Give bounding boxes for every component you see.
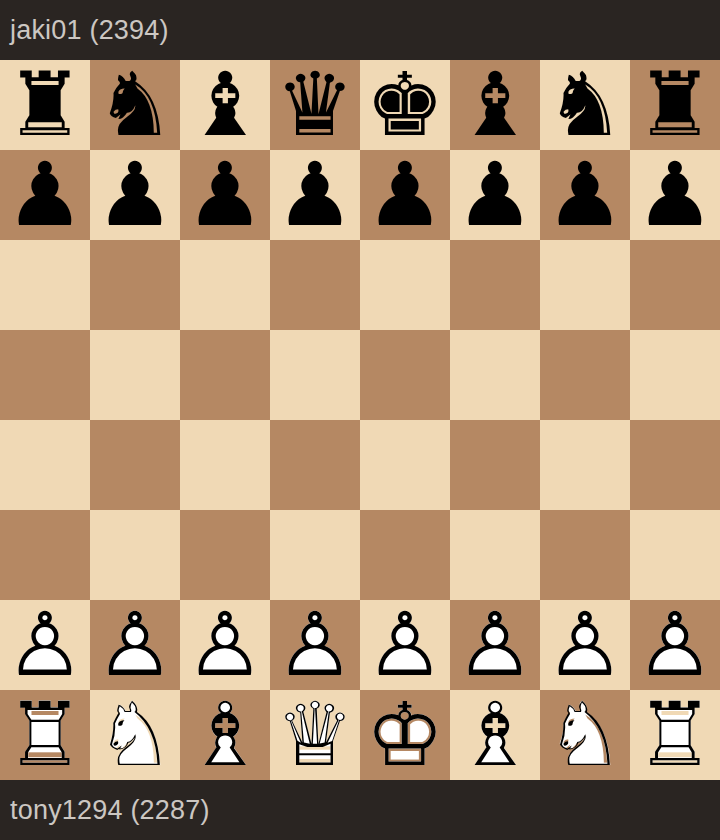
black-bishop-piece-glyph: ♝: [450, 60, 540, 150]
chess-board: ♜♞♝♛♚♝♞♜♟♟♟♟♟♟♟♟♟♙♟♙♟♙♟♙♟♙♟♙♟♙♟♙♜♖♞♘♝♗♛♕…: [0, 60, 720, 780]
white-pawn-piece-outline: ♙: [630, 600, 720, 690]
black-pawn-piece[interactable]: ♟: [90, 150, 180, 240]
black-bishop-piece[interactable]: ♝: [450, 60, 540, 150]
square-a3[interactable]: [0, 510, 90, 600]
white-pawn-piece[interactable]: ♟♙: [630, 600, 720, 690]
black-rook-piece[interactable]: ♜: [0, 60, 90, 150]
black-knight-piece-glyph: ♞: [90, 60, 180, 150]
square-c6[interactable]: [180, 240, 270, 330]
square-h2[interactable]: ♟♙: [630, 600, 720, 690]
square-c1[interactable]: ♝♗: [180, 690, 270, 780]
white-pawn-piece-outline: ♙: [540, 600, 630, 690]
white-bishop-piece-outline: ♗: [180, 690, 270, 780]
square-a8[interactable]: ♜: [0, 60, 90, 150]
square-c2[interactable]: ♟♙: [180, 600, 270, 690]
white-bishop-piece[interactable]: ♝♗: [450, 690, 540, 780]
white-king-piece-outline: ♔: [360, 690, 450, 780]
square-d1[interactable]: ♛♕: [270, 690, 360, 780]
white-knight-piece-outline: ♘: [90, 690, 180, 780]
square-c5[interactable]: [180, 330, 270, 420]
square-e4[interactable]: [360, 420, 450, 510]
black-pawn-piece[interactable]: ♟: [360, 150, 450, 240]
square-g7[interactable]: ♟: [540, 150, 630, 240]
square-b5[interactable]: [90, 330, 180, 420]
black-pawn-piece-glyph: ♟: [360, 150, 450, 240]
square-g4[interactable]: [540, 420, 630, 510]
square-e5[interactable]: [360, 330, 450, 420]
white-queen-piece[interactable]: ♛♕: [270, 690, 360, 780]
square-e3[interactable]: [360, 510, 450, 600]
black-pawn-piece-glyph: ♟: [0, 150, 90, 240]
square-b4[interactable]: [90, 420, 180, 510]
black-pawn-piece-glyph: ♟: [180, 150, 270, 240]
black-pawn-piece-glyph: ♟: [540, 150, 630, 240]
white-pawn-piece[interactable]: ♟♙: [180, 600, 270, 690]
square-f8[interactable]: ♝: [450, 60, 540, 150]
white-queen-piece-outline: ♕: [270, 690, 360, 780]
square-h7[interactable]: ♟: [630, 150, 720, 240]
black-queen-piece[interactable]: ♛: [270, 60, 360, 150]
square-c4[interactable]: [180, 420, 270, 510]
white-pawn-piece-outline: ♙: [90, 600, 180, 690]
square-a1[interactable]: ♜♖: [0, 690, 90, 780]
black-king-piece-glyph: ♚: [360, 60, 450, 150]
square-g6[interactable]: [540, 240, 630, 330]
square-b6[interactable]: [90, 240, 180, 330]
black-pawn-piece[interactable]: ♟: [450, 150, 540, 240]
black-bishop-piece[interactable]: ♝: [180, 60, 270, 150]
black-king-piece[interactable]: ♚: [360, 60, 450, 150]
white-knight-piece-outline: ♘: [540, 690, 630, 780]
white-pawn-piece[interactable]: ♟♙: [540, 600, 630, 690]
white-bishop-piece[interactable]: ♝♗: [180, 690, 270, 780]
square-g2[interactable]: ♟♙: [540, 600, 630, 690]
white-pawn-piece[interactable]: ♟♙: [360, 600, 450, 690]
white-pawn-piece-outline: ♙: [450, 600, 540, 690]
black-pawn-piece[interactable]: ♟: [630, 150, 720, 240]
square-a2[interactable]: ♟♙: [0, 600, 90, 690]
white-pawn-piece-outline: ♙: [270, 600, 360, 690]
square-d4[interactable]: [270, 420, 360, 510]
square-a5[interactable]: [0, 330, 90, 420]
square-f1[interactable]: ♝♗: [450, 690, 540, 780]
square-h1[interactable]: ♜♖: [630, 690, 720, 780]
black-rook-piece-glyph: ♜: [630, 60, 720, 150]
square-e8[interactable]: ♚: [360, 60, 450, 150]
square-f5[interactable]: [450, 330, 540, 420]
black-pawn-piece[interactable]: ♟: [540, 150, 630, 240]
white-pawn-piece-outline: ♙: [180, 600, 270, 690]
square-b7[interactable]: ♟: [90, 150, 180, 240]
black-pawn-piece[interactable]: ♟: [180, 150, 270, 240]
white-rook-piece-outline: ♖: [630, 690, 720, 780]
white-pawn-piece[interactable]: ♟♙: [450, 600, 540, 690]
square-f7[interactable]: ♟: [450, 150, 540, 240]
square-h4[interactable]: [630, 420, 720, 510]
black-rook-piece[interactable]: ♜: [630, 60, 720, 150]
black-pawn-piece-glyph: ♟: [630, 150, 720, 240]
square-a6[interactable]: [0, 240, 90, 330]
square-c3[interactable]: [180, 510, 270, 600]
square-h3[interactable]: [630, 510, 720, 600]
square-f2[interactable]: ♟♙: [450, 600, 540, 690]
square-b1[interactable]: ♞♘: [90, 690, 180, 780]
square-f6[interactable]: [450, 240, 540, 330]
black-rook-piece-glyph: ♜: [0, 60, 90, 150]
player-top-bar: jaki01 (2394): [0, 0, 720, 60]
square-b2[interactable]: ♟♙: [90, 600, 180, 690]
square-h8[interactable]: ♜: [630, 60, 720, 150]
square-d8[interactable]: ♛: [270, 60, 360, 150]
white-rook-piece[interactable]: ♜♖: [630, 690, 720, 780]
square-g5[interactable]: [540, 330, 630, 420]
square-a4[interactable]: [0, 420, 90, 510]
square-g8[interactable]: ♞: [540, 60, 630, 150]
square-c8[interactable]: ♝: [180, 60, 270, 150]
square-h6[interactable]: [630, 240, 720, 330]
player-bottom-bar: tony1294 (2287): [0, 780, 720, 840]
square-g3[interactable]: [540, 510, 630, 600]
square-b3[interactable]: [90, 510, 180, 600]
white-pawn-piece-outline: ♙: [360, 600, 450, 690]
black-knight-piece-glyph: ♞: [540, 60, 630, 150]
square-e2[interactable]: ♟♙: [360, 600, 450, 690]
square-g1[interactable]: ♞♘: [540, 690, 630, 780]
square-e6[interactable]: [360, 240, 450, 330]
white-king-piece[interactable]: ♚♔: [360, 690, 450, 780]
square-d7[interactable]: ♟: [270, 150, 360, 240]
white-knight-piece[interactable]: ♞♘: [90, 690, 180, 780]
black-pawn-piece-glyph: ♟: [450, 150, 540, 240]
white-bishop-piece-outline: ♗: [450, 690, 540, 780]
white-rook-piece-outline: ♖: [0, 690, 90, 780]
white-rook-piece[interactable]: ♜♖: [0, 690, 90, 780]
square-e7[interactable]: ♟: [360, 150, 450, 240]
square-h5[interactable]: [630, 330, 720, 420]
square-b8[interactable]: ♞: [90, 60, 180, 150]
black-pawn-piece[interactable]: ♟: [270, 150, 360, 240]
black-knight-piece[interactable]: ♞: [540, 60, 630, 150]
white-pawn-piece-outline: ♙: [0, 600, 90, 690]
square-d3[interactable]: [270, 510, 360, 600]
square-f4[interactable]: [450, 420, 540, 510]
square-d5[interactable]: [270, 330, 360, 420]
black-pawn-piece-glyph: ♟: [90, 150, 180, 240]
player-bottom-name: tony1294 (2287): [10, 795, 210, 826]
square-a7[interactable]: ♟: [0, 150, 90, 240]
white-pawn-piece[interactable]: ♟♙: [0, 600, 90, 690]
black-bishop-piece-glyph: ♝: [180, 60, 270, 150]
white-pawn-piece[interactable]: ♟♙: [270, 600, 360, 690]
square-e1[interactable]: ♚♔: [360, 690, 450, 780]
square-d6[interactable]: [270, 240, 360, 330]
black-knight-piece[interactable]: ♞: [90, 60, 180, 150]
square-c7[interactable]: ♟: [180, 150, 270, 240]
square-d2[interactable]: ♟♙: [270, 600, 360, 690]
black-pawn-piece-glyph: ♟: [270, 150, 360, 240]
player-top-name: jaki01 (2394): [10, 15, 169, 46]
white-pawn-piece[interactable]: ♟♙: [90, 600, 180, 690]
square-f3[interactable]: [450, 510, 540, 600]
black-queen-piece-glyph: ♛: [270, 60, 360, 150]
black-pawn-piece[interactable]: ♟: [0, 150, 90, 240]
white-knight-piece[interactable]: ♞♘: [540, 690, 630, 780]
